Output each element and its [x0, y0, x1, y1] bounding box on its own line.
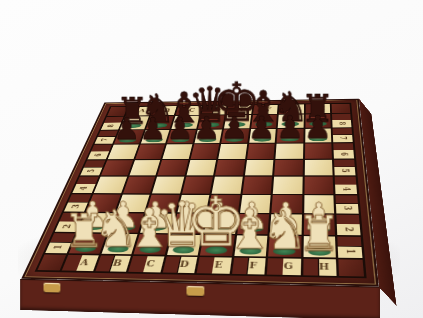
rank-label-text: 7: [338, 137, 347, 140]
board-grid: ABCDEFGH8♜♞♝♛♚♝♞♜87♟♟♟♟♟♟♟♟7665544332♟♟♟…: [35, 103, 367, 278]
piece-black-pawn-h7: ♟: [304, 112, 332, 142]
square-h7: ♟: [305, 128, 332, 142]
square-g4: [273, 177, 302, 194]
file-label-text: A: [79, 259, 90, 267]
square-b5: [129, 160, 160, 175]
square-e5: [215, 160, 245, 176]
box-front-face: [20, 279, 380, 318]
rank-label-right-6: 6: [333, 143, 354, 158]
square-h1: ♜: [303, 236, 336, 258]
square-b6: [135, 144, 165, 159]
rank-label-text: 1: [344, 249, 355, 254]
square-c6: [162, 144, 192, 159]
square-b4: [123, 177, 155, 194]
rank-label-text: 7: [100, 138, 109, 141]
square-g6: [275, 144, 302, 159]
rank-label-text: 5: [87, 169, 97, 173]
square-d7: ♟: [194, 129, 222, 143]
square-c7: ♟: [167, 130, 196, 144]
rank-label-text: 8: [337, 122, 346, 125]
rank-label-text: 4: [341, 187, 351, 191]
rank-label-right-5: 5: [334, 159, 356, 175]
file-label-text: B: [112, 259, 123, 267]
rank-label-text: 5: [340, 169, 350, 173]
rank-label-right-7: 7: [333, 128, 353, 142]
square-f7: ♟: [249, 129, 276, 143]
rank-label-right-4: 4: [335, 177, 357, 194]
file-label-bottom-b: B: [95, 255, 131, 271]
square-h4: [304, 177, 333, 194]
chess-board: ABCDEFGH8♜♞♝♛♚♝♞♜87♟♟♟♟♟♟♟♟7665544332♟♟♟…: [21, 99, 379, 287]
rank-label-text: 2: [343, 227, 354, 232]
square-h5: [304, 159, 332, 175]
rank-label-right-1: 1: [337, 236, 362, 258]
rank-label-text: 4: [79, 186, 89, 190]
file-label-text: D: [179, 261, 190, 270]
square-g7: ♟: [277, 128, 304, 142]
piece-black-pawn-f7: ♟: [248, 113, 276, 143]
rank-label-text: 3: [342, 206, 352, 210]
brass-hinge-left: [44, 283, 61, 293]
piece-black-pawn-d7: ♟: [193, 114, 221, 143]
rank-label-right-8: 8: [332, 114, 351, 127]
piece-white-rook-h1: ♜: [298, 211, 341, 257]
piece-black-pawn-e7: ♟: [220, 113, 248, 142]
square-h6: [305, 143, 332, 158]
file-label-text: G: [284, 262, 294, 271]
file-label-bottom-f: F: [231, 258, 265, 275]
rank-label-text: 6: [339, 152, 348, 156]
file-label-text: F: [249, 262, 257, 271]
piece-black-pawn-a7: ♟: [113, 115, 140, 144]
brass-clasp-center: [186, 286, 204, 296]
file-label-text: H: [319, 263, 330, 272]
piece-black-pawn-c7: ♟: [166, 114, 193, 143]
file-label-text: C: [145, 260, 155, 268]
border-corner: [338, 259, 364, 276]
file-label-bottom-g: G: [267, 258, 301, 275]
product-photo-chess-set: ABCDEFGH8♜♞♝♛♚♝♞♜87♟♟♟♟♟♟♟♟7665544332♟♟♟…: [0, 0, 423, 318]
piece-black-pawn-b7: ♟: [139, 114, 166, 143]
square-b7: ♟: [140, 130, 169, 144]
square-d6: [190, 144, 219, 159]
piece-black-pawn-g7: ♟: [276, 113, 304, 143]
square-f5: [244, 160, 273, 176]
square-e6: [218, 144, 246, 159]
square-d5: [186, 160, 216, 176]
square-e7: ♟: [221, 129, 249, 143]
file-label-bottom-d: D: [162, 256, 197, 273]
square-g1: ♞: [268, 235, 301, 257]
square-f6: [247, 144, 275, 159]
square-g5: [274, 159, 302, 175]
file-label-bottom-c: C: [128, 256, 164, 273]
square-a5: [101, 160, 133, 175]
file-label-bottom-h: H: [303, 259, 337, 276]
square-a4: [94, 177, 127, 193]
file-label-bottom-e: E: [197, 257, 232, 274]
rank-label-text: 6: [94, 153, 104, 156]
file-label-bottom-a: A: [62, 255, 98, 271]
square-c5: [157, 160, 188, 176]
file-label-text: E: [214, 261, 223, 270]
square-a6: [108, 145, 139, 160]
